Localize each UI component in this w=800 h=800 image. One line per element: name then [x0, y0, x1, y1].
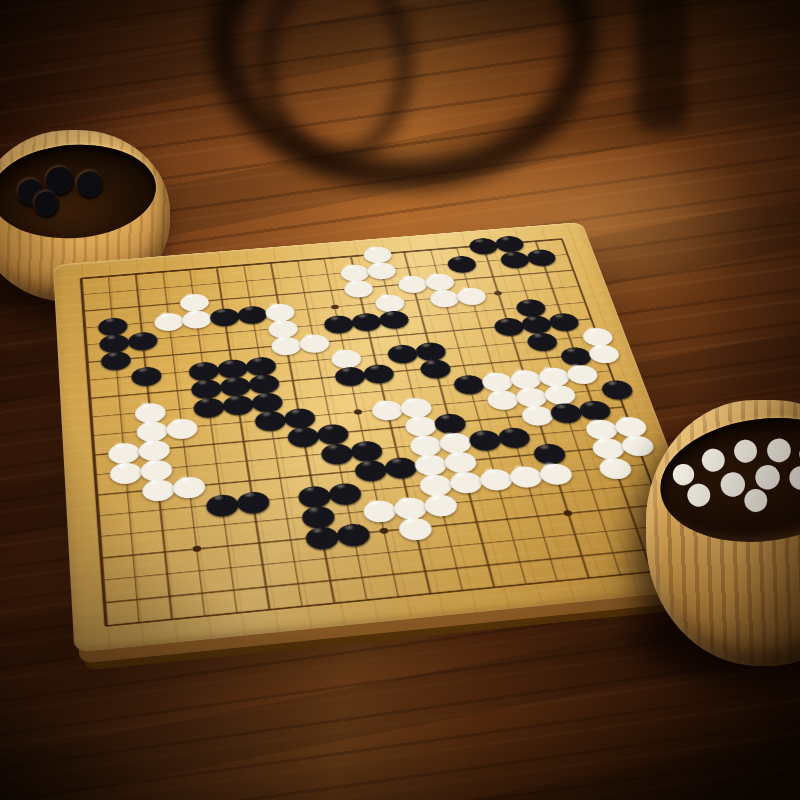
black-stone: ●	[332, 517, 375, 549]
bowl-black-stone: ●	[31, 184, 61, 218]
photo-scene: ●●●● ●●●●●●●●●●●●●●●●●●●●●●●●●●●●●●●●●●●…	[0, 0, 800, 800]
chair-leg-silhouette	[636, 0, 688, 130]
white-stone: ●	[393, 511, 436, 543]
black-stone: ●	[521, 244, 560, 268]
go-board: ●●●●●●●●●●●●●●●●●●●●●●●●●●●●●●●●●●●●●●●●…	[53, 222, 722, 653]
white-stone: ●	[533, 457, 577, 487]
black-stone: ●	[128, 361, 165, 388]
white-bowl-opening: ●●●●●●●●●●●●	[653, 406, 800, 553]
board-stones: ●●●●●●●●●●●●●●●●●●●●●●●●●●●●●●●●●●●●●●●●…	[53, 222, 722, 653]
black-stone: ●	[374, 305, 412, 331]
bowl-white-stone: ●	[786, 458, 800, 492]
black-stone: ●	[359, 359, 398, 386]
black-stone: ●	[233, 485, 274, 516]
white-stone-bowl: ●●●●●●●●●●●●	[646, 400, 800, 666]
board-perspective-wrap: ●●●●●●●●●●●●●●●●●●●●●●●●●●●●●●●●●●●●●●●●…	[64, 118, 652, 706]
bowl-white-stone: ●	[741, 482, 771, 515]
white-stone: ●	[452, 282, 491, 307]
bowl-white-stone: ●	[684, 476, 714, 509]
